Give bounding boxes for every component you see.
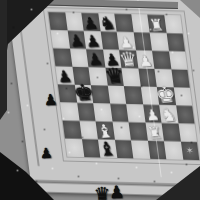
black-knight[interactable]: ♞ (97, 14, 117, 33)
white-rook[interactable]: ♜ (146, 125, 164, 142)
square-r1c7[interactable] (166, 33, 185, 52)
chessboard-photo: ♟♞♜♟♟♟♟♟♛♟♟♛♚♚♟♞♝♜♝✶ ♟♟♛♟ (0, 0, 200, 200)
black-king[interactable]: ♚ (72, 82, 96, 105)
square-r0c7[interactable] (164, 15, 183, 34)
board-left-edge-line (15, 0, 39, 166)
black-pawn[interactable]: ♟ (68, 33, 86, 50)
square-r6c7[interactable] (178, 124, 197, 143)
white-pawn[interactable]: ♟ (144, 108, 161, 124)
board-corner-emblem: ✶ (185, 146, 195, 156)
film-grain-overlay (0, 0, 1, 1)
square-r5c7[interactable] (176, 105, 195, 124)
board-grid[interactable]: ♟♞♜♟♟♟♟♟♛♟♟♛♚♚♟♞♝♜♝✶ (48, 12, 199, 160)
white-pawn[interactable]: ♟ (137, 54, 154, 70)
chess-board: ♟♞♜♟♟♟♟♟♛♟♟♛♚♚♟♞♝♜♝✶ (6, 0, 200, 197)
board-bottom-edge-line (35, 180, 200, 188)
black-queen[interactable]: ♛ (103, 65, 126, 87)
square-r2c7[interactable] (169, 51, 188, 70)
